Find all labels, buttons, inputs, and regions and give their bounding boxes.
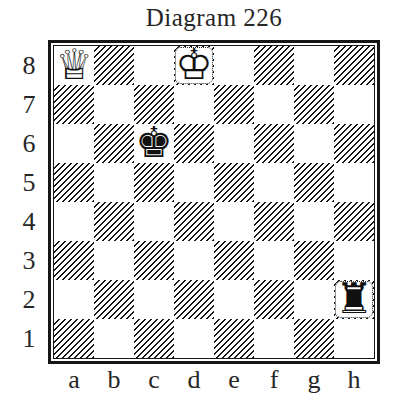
square-g5 (294, 163, 334, 202)
rank-label-6: 6 (16, 124, 42, 163)
chess-board-frame: ♕♔♚♜ (48, 40, 380, 364)
file-label-f: f (254, 365, 294, 395)
square-d2 (174, 280, 214, 319)
square-d4 (174, 202, 214, 241)
square-e4 (214, 202, 254, 241)
square-e6 (214, 124, 254, 163)
square-a7 (54, 85, 94, 124)
square-e5 (214, 163, 254, 202)
square-a1 (54, 319, 94, 358)
square-e3 (214, 241, 254, 280)
square-b2 (94, 280, 134, 319)
file-label-d: d (174, 365, 214, 395)
rank-label-2: 2 (16, 280, 42, 319)
square-b1 (94, 319, 134, 358)
square-e2 (214, 280, 254, 319)
square-g6 (294, 124, 334, 163)
square-a6 (54, 124, 94, 163)
square-c1 (134, 319, 174, 358)
square-e8 (214, 46, 254, 85)
square-h6 (334, 124, 374, 163)
square-c6: ♚ (134, 124, 174, 163)
square-h8 (334, 46, 374, 85)
square-f4 (254, 202, 294, 241)
square-e7 (214, 85, 254, 124)
square-d7 (174, 85, 214, 124)
file-label-a: a (54, 365, 94, 395)
square-b5 (94, 163, 134, 202)
square-b7 (94, 85, 134, 124)
diagram-title: Diagram 226 (48, 3, 380, 33)
square-a2 (54, 280, 94, 319)
square-g2 (294, 280, 334, 319)
file-label-g: g (294, 365, 334, 395)
chess-board: ♕♔♚♜ (53, 45, 375, 359)
square-b6 (94, 124, 134, 163)
square-f5 (254, 163, 294, 202)
square-c3 (134, 241, 174, 280)
white-king-d8: ♔ (175, 45, 213, 84)
square-g4 (294, 202, 334, 241)
rank-label-3: 3 (16, 241, 42, 280)
square-h4 (334, 202, 374, 241)
square-f6 (254, 124, 294, 163)
square-h5 (334, 163, 374, 202)
square-c4 (134, 202, 174, 241)
square-d3 (174, 241, 214, 280)
square-f1 (254, 319, 294, 358)
square-f2 (254, 280, 294, 319)
square-b3 (94, 241, 134, 280)
rank-labels: 87654321 (16, 46, 42, 358)
square-c5 (134, 163, 174, 202)
rank-label-7: 7 (16, 85, 42, 124)
rank-label-8: 8 (16, 46, 42, 85)
square-d5 (174, 163, 214, 202)
square-g7 (294, 85, 334, 124)
square-g8 (294, 46, 334, 85)
square-e1 (214, 319, 254, 358)
square-a5 (54, 163, 94, 202)
square-a8: ♕ (54, 46, 94, 85)
file-label-h: h (334, 365, 374, 395)
square-f8 (254, 46, 294, 85)
file-labels: abcdefgh (54, 365, 374, 395)
square-g3 (294, 241, 334, 280)
file-label-b: b (94, 365, 134, 395)
file-label-c: c (134, 365, 174, 395)
square-d1 (174, 319, 214, 358)
square-d6 (174, 124, 214, 163)
square-f3 (254, 241, 294, 280)
square-d8: ♔ (174, 46, 214, 85)
rank-label-1: 1 (16, 319, 42, 358)
white-queen-a8: ♕ (55, 45, 93, 84)
square-h7 (334, 85, 374, 124)
square-c2 (134, 280, 174, 319)
square-c8 (134, 46, 174, 85)
file-label-e: e (214, 365, 254, 395)
square-h1 (334, 319, 374, 358)
black-king-c6: ♚ (135, 123, 173, 162)
square-f7 (254, 85, 294, 124)
rank-label-4: 4 (16, 202, 42, 241)
square-a3 (54, 241, 94, 280)
square-g1 (294, 319, 334, 358)
square-a4 (54, 202, 94, 241)
rank-label-5: 5 (16, 163, 42, 202)
square-b4 (94, 202, 134, 241)
square-b8 (94, 46, 134, 85)
chess-diagram-page: Diagram 226 87654321 ♕♔♚♜ abcdefgh (0, 0, 400, 400)
square-h2: ♜ (334, 280, 374, 319)
black-rook-h2: ♜ (335, 279, 373, 318)
